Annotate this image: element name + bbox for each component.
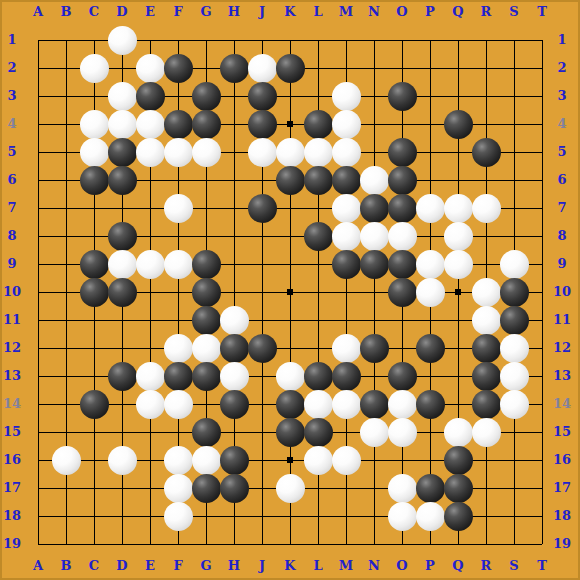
column-label: F (164, 3, 192, 21)
black-stone[interactable] (472, 138, 501, 167)
row-label: 12 (0, 334, 24, 362)
column-label: G (192, 557, 220, 575)
white-stone[interactable] (500, 362, 529, 391)
white-stone[interactable] (80, 110, 109, 139)
white-stone[interactable] (416, 250, 445, 279)
white-stone[interactable] (388, 502, 417, 531)
column-label: P (416, 557, 444, 575)
white-stone[interactable] (192, 334, 221, 363)
white-stone[interactable] (192, 138, 221, 167)
black-stone[interactable] (192, 278, 221, 307)
row-label: 9 (0, 250, 24, 278)
white-stone[interactable] (444, 194, 473, 223)
black-stone[interactable] (108, 166, 137, 195)
white-stone[interactable] (332, 138, 361, 167)
white-stone[interactable] (388, 418, 417, 447)
black-stone[interactable] (388, 362, 417, 391)
black-stone[interactable] (500, 278, 529, 307)
white-stone[interactable] (304, 138, 333, 167)
white-stone[interactable] (108, 250, 137, 279)
black-stone[interactable] (304, 362, 333, 391)
black-stone[interactable] (472, 362, 501, 391)
column-label: R (472, 557, 500, 575)
black-stone[interactable] (108, 138, 137, 167)
white-stone[interactable] (80, 138, 109, 167)
white-stone[interactable] (136, 138, 165, 167)
column-label: N (360, 3, 388, 21)
black-stone[interactable] (388, 82, 417, 111)
black-stone[interactable] (388, 138, 417, 167)
row-label: 10 (0, 278, 24, 306)
white-stone[interactable] (108, 446, 137, 475)
black-stone[interactable] (472, 334, 501, 363)
white-stone[interactable] (52, 446, 81, 475)
column-label: D (108, 557, 136, 575)
black-stone[interactable] (332, 166, 361, 195)
black-stone[interactable] (108, 362, 137, 391)
white-stone[interactable] (276, 138, 305, 167)
white-stone[interactable] (164, 446, 193, 475)
go-board[interactable] (24, 26, 556, 558)
black-stone[interactable] (192, 362, 221, 391)
star-point (455, 289, 462, 296)
column-label: E (136, 557, 164, 575)
column-label: Q (444, 557, 472, 575)
white-stone[interactable] (136, 362, 165, 391)
column-label: L (304, 557, 332, 575)
black-stone[interactable] (80, 250, 109, 279)
black-stone[interactable] (192, 306, 221, 335)
black-stone[interactable] (500, 306, 529, 335)
row-label: 3 (0, 82, 24, 110)
black-stone[interactable] (192, 110, 221, 139)
column-labels-top: ABCDEFGHJKLMNOPQRST (24, 3, 556, 21)
black-stone[interactable] (248, 334, 277, 363)
column-label: B (52, 557, 80, 575)
black-stone[interactable] (416, 390, 445, 419)
white-stone[interactable] (500, 250, 529, 279)
black-stone[interactable] (220, 334, 249, 363)
row-label: 6 (0, 166, 24, 194)
row-label: 5 (0, 138, 24, 166)
white-stone[interactable] (416, 194, 445, 223)
white-stone[interactable] (220, 306, 249, 335)
black-stone[interactable] (136, 82, 165, 111)
white-stone[interactable] (388, 390, 417, 419)
black-stone[interactable] (192, 474, 221, 503)
white-stone[interactable] (472, 278, 501, 307)
column-label: Q (444, 3, 472, 21)
column-label: D (108, 3, 136, 21)
black-stone[interactable] (304, 166, 333, 195)
row-label: 19 (0, 530, 24, 558)
black-stone[interactable] (416, 334, 445, 363)
column-label: C (80, 3, 108, 21)
white-stone[interactable] (80, 54, 109, 83)
row-labels-left: 12345678910111213141516171819 (0, 26, 24, 558)
row-label: 18 (0, 502, 24, 530)
black-stone[interactable] (276, 390, 305, 419)
white-stone[interactable] (332, 194, 361, 223)
column-label: F (164, 557, 192, 575)
black-stone[interactable] (360, 250, 389, 279)
column-label: K (276, 557, 304, 575)
white-stone[interactable] (416, 502, 445, 531)
white-stone[interactable] (360, 222, 389, 251)
white-stone[interactable] (500, 390, 529, 419)
column-label: J (248, 3, 276, 21)
white-stone[interactable] (304, 390, 333, 419)
white-stone[interactable] (472, 194, 501, 223)
black-stone[interactable] (80, 278, 109, 307)
black-stone[interactable] (220, 390, 249, 419)
white-stone[interactable] (164, 502, 193, 531)
column-label: O (388, 557, 416, 575)
black-stone[interactable] (444, 446, 473, 475)
white-stone[interactable] (136, 110, 165, 139)
black-stone[interactable] (304, 222, 333, 251)
white-stone[interactable] (388, 474, 417, 503)
column-label: B (52, 3, 80, 21)
column-label: H (220, 557, 248, 575)
white-stone[interactable] (248, 138, 277, 167)
white-stone[interactable] (444, 250, 473, 279)
black-stone[interactable] (220, 446, 249, 475)
white-stone[interactable] (472, 306, 501, 335)
black-stone[interactable] (164, 362, 193, 391)
row-label: 4 (0, 110, 24, 138)
white-stone[interactable] (332, 334, 361, 363)
white-stone[interactable] (108, 26, 137, 55)
star-point (287, 289, 294, 296)
white-stone[interactable] (220, 362, 249, 391)
column-label: S (500, 557, 528, 575)
black-stone[interactable] (248, 82, 277, 111)
column-label: K (276, 3, 304, 21)
white-stone[interactable] (248, 54, 277, 83)
column-label: C (80, 557, 108, 575)
black-stone[interactable] (108, 278, 137, 307)
white-stone[interactable] (108, 82, 137, 111)
black-stone[interactable] (444, 110, 473, 139)
column-label: R (472, 3, 500, 21)
column-label: H (220, 3, 248, 21)
column-label: G (192, 3, 220, 21)
column-label: P (416, 3, 444, 21)
white-stone[interactable] (388, 222, 417, 251)
white-stone[interactable] (136, 54, 165, 83)
row-label: 17 (0, 474, 24, 502)
row-label: 8 (0, 222, 24, 250)
row-label: 2 (0, 54, 24, 82)
column-label: N (360, 557, 388, 575)
black-stone[interactable] (360, 334, 389, 363)
black-stone[interactable] (360, 390, 389, 419)
white-stone[interactable] (332, 110, 361, 139)
black-stone[interactable] (248, 194, 277, 223)
black-stone[interactable] (80, 166, 109, 195)
black-stone[interactable] (444, 474, 473, 503)
white-stone[interactable] (332, 446, 361, 475)
white-stone[interactable] (276, 362, 305, 391)
black-stone[interactable] (192, 250, 221, 279)
black-stone[interactable] (388, 278, 417, 307)
column-labels-bottom: ABCDEFGHJKLMNOPQRST (24, 557, 556, 575)
star-point (287, 121, 294, 128)
white-stone[interactable] (108, 110, 137, 139)
black-stone[interactable] (220, 474, 249, 503)
black-stone[interactable] (276, 166, 305, 195)
column-label: M (332, 3, 360, 21)
white-stone[interactable] (136, 250, 165, 279)
black-stone[interactable] (304, 418, 333, 447)
column-label: L (304, 3, 332, 21)
white-stone[interactable] (136, 390, 165, 419)
star-point (287, 457, 294, 464)
white-stone[interactable] (444, 418, 473, 447)
column-label: T (528, 557, 556, 575)
row-label: 13 (0, 362, 24, 390)
black-stone[interactable] (164, 54, 193, 83)
white-stone[interactable] (164, 474, 193, 503)
white-stone[interactable] (472, 418, 501, 447)
column-label: T (528, 3, 556, 21)
row-label: 1 (0, 26, 24, 54)
black-stone[interactable] (388, 194, 417, 223)
column-label: O (388, 3, 416, 21)
black-stone[interactable] (108, 222, 137, 251)
white-stone[interactable] (332, 222, 361, 251)
black-stone[interactable] (80, 390, 109, 419)
black-stone[interactable] (276, 418, 305, 447)
black-stone[interactable] (416, 474, 445, 503)
black-stone[interactable] (388, 166, 417, 195)
row-label: 11 (0, 306, 24, 334)
black-stone[interactable] (388, 250, 417, 279)
white-stone[interactable] (416, 278, 445, 307)
white-stone[interactable] (276, 474, 305, 503)
white-stone[interactable] (192, 446, 221, 475)
black-stone[interactable] (304, 110, 333, 139)
row-label: 16 (0, 446, 24, 474)
black-stone[interactable] (332, 362, 361, 391)
white-stone[interactable] (164, 390, 193, 419)
black-stone[interactable] (444, 502, 473, 531)
black-stone[interactable] (220, 54, 249, 83)
white-stone[interactable] (332, 82, 361, 111)
black-stone[interactable] (360, 194, 389, 223)
white-stone[interactable] (332, 390, 361, 419)
row-label: 15 (0, 418, 24, 446)
white-stone[interactable] (164, 138, 193, 167)
row-label: 14 (0, 390, 24, 418)
black-stone[interactable] (192, 418, 221, 447)
column-label: A (24, 3, 52, 21)
black-stone[interactable] (472, 390, 501, 419)
black-stone[interactable] (192, 82, 221, 111)
black-stone[interactable] (248, 110, 277, 139)
black-stone[interactable] (332, 250, 361, 279)
column-label: M (332, 557, 360, 575)
white-stone[interactable] (360, 166, 389, 195)
white-stone[interactable] (164, 194, 193, 223)
white-stone[interactable] (444, 222, 473, 251)
black-stone[interactable] (164, 110, 193, 139)
column-label: E (136, 3, 164, 21)
black-stone[interactable] (276, 54, 305, 83)
white-stone[interactable] (360, 418, 389, 447)
go-board-app: { "game": "go", "view": { "description":… (0, 0, 580, 580)
white-stone[interactable] (164, 334, 193, 363)
row-label: 7 (0, 194, 24, 222)
column-label: J (248, 557, 276, 575)
column-label: S (500, 3, 528, 21)
column-label: A (24, 557, 52, 575)
white-stone[interactable] (164, 250, 193, 279)
white-stone[interactable] (500, 334, 529, 363)
white-stone[interactable] (304, 446, 333, 475)
